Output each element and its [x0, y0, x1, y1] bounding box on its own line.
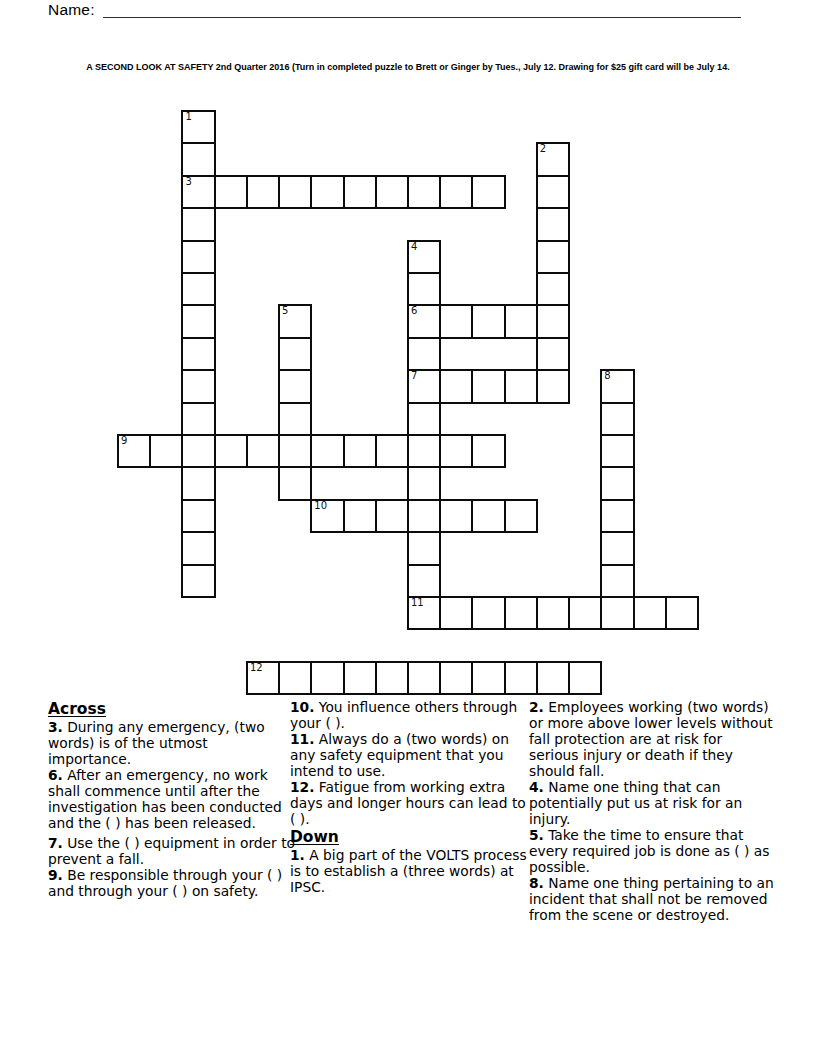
grid-cell-r15c16[interactable]: [633, 596, 667, 630]
across-header: Across: [48, 699, 295, 719]
clue-number: 9.: [48, 867, 63, 883]
grid-cell-r6c2[interactable]: [181, 304, 215, 338]
grid-cell-r4c13[interactable]: [536, 240, 570, 274]
grid-cell-r15c11[interactable]: [471, 596, 505, 630]
grid-cell-r17c10[interactable]: [439, 661, 473, 695]
puzzle-title: A SECOND LOOK AT SAFETY 2nd Quarter 2016…: [0, 62, 816, 72]
grid-cell-r12c10[interactable]: [439, 499, 473, 533]
clue-text: Always do a (two words) on any safety eq…: [290, 731, 509, 779]
grid-cell-r10c15[interactable]: [600, 434, 634, 468]
cell-number-7: 7: [411, 370, 417, 382]
grid-cell-r11c9[interactable]: [407, 466, 441, 500]
grid-cell-r9c15[interactable]: [600, 402, 634, 436]
clue-down-2: 2. Employees working (two words) or more…: [529, 699, 776, 779]
grid-cell-r17c8[interactable]: [375, 661, 409, 695]
grid-cell-r17c12[interactable]: [504, 661, 538, 695]
grid-cell-r14c15[interactable]: [600, 564, 634, 598]
grid-cell-r17c9[interactable]: [407, 661, 441, 695]
grid-cell-r4c9[interactable]: 4: [407, 240, 441, 274]
grid-cell-r3c2[interactable]: [181, 207, 215, 241]
grid-cell-r13c9[interactable]: [407, 531, 441, 565]
clue-number: 3.: [48, 719, 63, 735]
grid-cell-r8c11[interactable]: [471, 369, 505, 403]
clue-text: Employees working (two words) or more ab…: [529, 699, 773, 779]
clue-column-down: 2. Employees working (two words) or more…: [529, 699, 776, 923]
clue-text: Name one thing that can potentially put …: [529, 779, 742, 827]
clue-across-3: 3. During any emergency, (two words) is …: [48, 719, 295, 767]
clue-number: 8.: [529, 875, 544, 891]
grid-cell-r6c10[interactable]: [439, 304, 473, 338]
crossword-grid: 123456789101112: [118, 111, 699, 695]
clue-text: Fatigue from working extra days and long…: [290, 779, 526, 827]
clue-across-10: 10. You influence others through your ( …: [290, 699, 533, 731]
grid-cell-r10c3[interactable]: [214, 434, 248, 468]
clue-column-across: Across3. During any emergency, (two word…: [48, 699, 295, 899]
grid-cell-r1c2[interactable]: [181, 142, 215, 176]
grid-cell-r11c5[interactable]: [278, 466, 312, 500]
cell-number-12: 12: [250, 662, 263, 674]
clue-number: 11.: [290, 731, 314, 747]
clue-text: After an emergency, no work shall commen…: [48, 767, 282, 831]
grid-cell-r10c6[interactable]: [310, 434, 344, 468]
grid-cell-r10c8[interactable]: [375, 434, 409, 468]
grid-cell-r2c4[interactable]: [246, 175, 280, 209]
grid-cell-r7c9[interactable]: [407, 337, 441, 371]
grid-cell-r5c9[interactable]: [407, 272, 441, 306]
grid-cell-r2c9[interactable]: [407, 175, 441, 209]
name-row: Name:: [48, 0, 748, 22]
grid-cell-r2c5[interactable]: [278, 175, 312, 209]
clue-number: 7.: [48, 835, 63, 851]
grid-cell-r9c5[interactable]: [278, 402, 312, 436]
grid-cell-r2c6[interactable]: [310, 175, 344, 209]
clue-number: 10.: [290, 699, 314, 715]
grid-cell-r8c9[interactable]: 7: [407, 369, 441, 403]
cell-number-10: 10: [314, 500, 327, 512]
clue-text: Take the time to ensure that every requi…: [529, 827, 769, 875]
cell-number-11: 11: [411, 597, 424, 609]
grid-cell-r12c6[interactable]: 10: [310, 499, 344, 533]
grid-cell-r12c7[interactable]: [343, 499, 377, 533]
grid-cell-r8c12[interactable]: [504, 369, 538, 403]
grid-cell-r7c5[interactable]: [278, 337, 312, 371]
grid-cell-r6c13[interactable]: [536, 304, 570, 338]
grid-cell-r11c2[interactable]: [181, 466, 215, 500]
grid-cell-r10c9[interactable]: [407, 434, 441, 468]
grid-cell-r10c4[interactable]: [246, 434, 280, 468]
clue-down-8: 8. Name one thing pertaining to an incid…: [529, 875, 776, 923]
grid-cell-r8c2[interactable]: [181, 369, 215, 403]
clue-number: 1.: [290, 847, 305, 863]
grid-cell-r10c0[interactable]: 9: [117, 434, 151, 468]
grid-cell-r2c7[interactable]: [343, 175, 377, 209]
cell-number-1: 1: [185, 111, 191, 123]
cell-number-4: 4: [411, 241, 417, 253]
clue-text: Be responsible through your ( ) and thro…: [48, 867, 282, 899]
grid-cell-r10c2[interactable]: [181, 434, 215, 468]
cell-number-5: 5: [282, 305, 288, 317]
grid-cell-r2c3[interactable]: [214, 175, 248, 209]
cell-number-6: 6: [411, 305, 417, 317]
grid-cell-r2c8[interactable]: [375, 175, 409, 209]
clue-down-5: 5. Take the time to ensure that every re…: [529, 827, 776, 875]
grid-cell-r2c11[interactable]: [471, 175, 505, 209]
grid-cell-r15c14[interactable]: [568, 596, 602, 630]
clue-number: 6.: [48, 767, 63, 783]
grid-cell-r5c13[interactable]: [536, 272, 570, 306]
grid-cell-r2c13[interactable]: [536, 175, 570, 209]
grid-cell-r12c2[interactable]: [181, 499, 215, 533]
clue-column-middle: 10. You influence others through your ( …: [290, 699, 533, 895]
cell-number-3: 3: [185, 176, 191, 188]
clue-text: Use the ( ) equipment in order to preven…: [48, 835, 295, 867]
grid-cell-r10c5[interactable]: [278, 434, 312, 468]
clue-text: A big part of the VOLTS process is to es…: [290, 847, 527, 895]
grid-cell-r8c10[interactable]: [439, 369, 473, 403]
grid-cell-r2c10[interactable]: [439, 175, 473, 209]
grid-cell-r4c2[interactable]: [181, 240, 215, 274]
grid-cell-r12c9[interactable]: [407, 499, 441, 533]
grid-cell-r11c15[interactable]: [600, 466, 634, 500]
clue-text: Name one thing pertaining to an incident…: [529, 875, 774, 923]
clue-text: During any emergency, (two words) is of …: [48, 719, 265, 767]
grid-cell-r17c4[interactable]: 12: [246, 661, 280, 695]
clue-number: 5.: [529, 827, 544, 843]
grid-cell-r3c13[interactable]: [536, 207, 570, 241]
grid-cell-r14c9[interactable]: [407, 564, 441, 598]
down-header: Down: [290, 827, 533, 847]
grid-cell-r8c13[interactable]: [536, 369, 570, 403]
clue-across-11: 11. Always do a (two words) on any safet…: [290, 731, 533, 779]
grid-cell-r12c11[interactable]: [471, 499, 505, 533]
grid-cell-r10c11[interactable]: [471, 434, 505, 468]
grid-cell-r12c15[interactable]: [600, 499, 634, 533]
grid-cell-r7c13[interactable]: [536, 337, 570, 371]
grid-cell-r17c6[interactable]: [310, 661, 344, 695]
grid-cell-r0c2[interactable]: 1: [181, 110, 215, 144]
grid-cell-r14c2[interactable]: [181, 564, 215, 598]
grid-cell-r1c13[interactable]: 2: [536, 142, 570, 176]
grid-cell-r17c14[interactable]: [568, 661, 602, 695]
cell-number-8: 8: [604, 370, 610, 382]
grid-cell-r9c2[interactable]: [181, 402, 215, 436]
grid-cell-r15c17[interactable]: [665, 596, 699, 630]
grid-cell-r13c15[interactable]: [600, 531, 634, 565]
grid-cell-r10c10[interactable]: [439, 434, 473, 468]
grid-cell-r15c10[interactable]: [439, 596, 473, 630]
grid-cell-r6c5[interactable]: 5: [278, 304, 312, 338]
clue-number: 2.: [529, 699, 544, 715]
grid-cell-r17c11[interactable]: [471, 661, 505, 695]
name-label: Name:: [48, 1, 95, 19]
grid-cell-r6c9[interactable]: 6: [407, 304, 441, 338]
clue-number: 4.: [529, 779, 544, 795]
grid-cell-r7c2[interactable]: [181, 337, 215, 371]
grid-cell-r2c2[interactable]: 3: [181, 175, 215, 209]
clue-text: You influence others through your ( ).: [290, 699, 517, 731]
cell-number-2: 2: [540, 143, 546, 155]
grid-cell-r10c1[interactable]: [149, 434, 183, 468]
grid-cell-r15c12[interactable]: [504, 596, 538, 630]
grid-cell-r15c15[interactable]: [600, 596, 634, 630]
grid-cell-r6c11[interactable]: [471, 304, 505, 338]
name-fill-line[interactable]: [103, 2, 741, 18]
grid-cell-r10c7[interactable]: [343, 434, 377, 468]
clue-across-12: 12. Fatigue from working extra days and …: [290, 779, 533, 827]
grid-cell-r5c2[interactable]: [181, 272, 215, 306]
grid-cell-r15c13[interactable]: [536, 596, 570, 630]
grid-cell-r6c12[interactable]: [504, 304, 538, 338]
clue-number: 12.: [290, 779, 314, 795]
grid-cell-r15c9[interactable]: 11: [407, 596, 441, 630]
grid-cell-r13c2[interactable]: [181, 531, 215, 565]
grid-cell-r9c9[interactable]: [407, 402, 441, 436]
grid-cell-r17c5[interactable]: [278, 661, 312, 695]
clue-across-9: 9. Be responsible through your ( ) and t…: [48, 867, 295, 899]
clue-across-7: 7. Use the ( ) equipment in order to pre…: [48, 835, 295, 867]
grid-cell-r12c12[interactable]: [504, 499, 538, 533]
grid-cell-r17c7[interactable]: [343, 661, 377, 695]
clue-down-1: 1. A big part of the VOLTS process is to…: [290, 847, 533, 895]
clue-across-6: 6. After an emergency, no work shall com…: [48, 767, 295, 831]
clue-down-4: 4. Name one thing that can potentially p…: [529, 779, 776, 827]
cell-number-9: 9: [121, 435, 127, 447]
grid-cell-r8c15[interactable]: 8: [600, 369, 634, 403]
grid-cell-r17c13[interactable]: [536, 661, 570, 695]
grid-cell-r8c5[interactable]: [278, 369, 312, 403]
grid-cell-r12c8[interactable]: [375, 499, 409, 533]
